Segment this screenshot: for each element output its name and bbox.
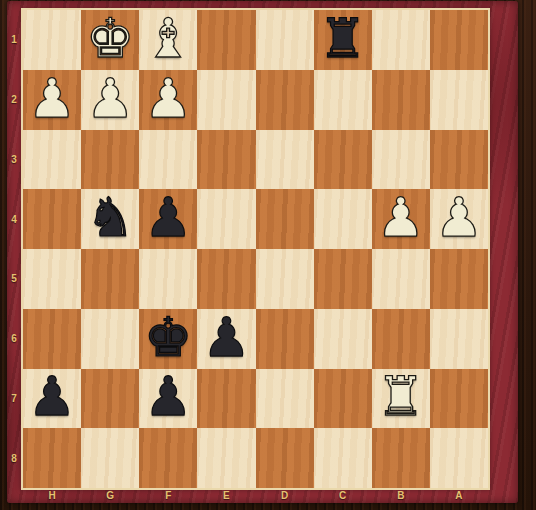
- square-c5[interactable]: [314, 249, 372, 309]
- square-d4[interactable]: [256, 189, 314, 249]
- square-f4[interactable]: ♟: [139, 189, 197, 249]
- square-b3[interactable]: [372, 130, 430, 190]
- square-c2[interactable]: [314, 70, 372, 130]
- rank-label-6: 6: [7, 309, 21, 369]
- white-pawn-f2[interactable]: ♟: [144, 72, 192, 126]
- black-pawn-f4[interactable]: ♟: [144, 191, 192, 245]
- file-label-C: C: [314, 488, 372, 503]
- rank-label-4: 4: [7, 189, 21, 249]
- file-label-B: B: [372, 488, 430, 503]
- square-d5[interactable]: [256, 249, 314, 309]
- black-pawn-f7[interactable]: ♟: [144, 370, 192, 424]
- square-d6[interactable]: [256, 309, 314, 369]
- white-pawn-h2[interactable]: ♟: [28, 72, 76, 126]
- square-h5[interactable]: [23, 249, 81, 309]
- chessboard-screenshot: { "game": "chess", "orientation": "black…: [0, 0, 536, 510]
- square-b5[interactable]: [372, 249, 430, 309]
- square-c8[interactable]: [314, 428, 372, 488]
- square-g7[interactable]: [81, 369, 139, 429]
- square-b2[interactable]: [372, 70, 430, 130]
- rank-label-7: 7: [7, 369, 21, 429]
- black-rook-c1[interactable]: ♜: [318, 12, 366, 66]
- square-e2[interactable]: [197, 70, 255, 130]
- white-bishop-f1[interactable]: ♝: [144, 12, 192, 66]
- square-f7[interactable]: ♟: [139, 369, 197, 429]
- square-d1[interactable]: [256, 10, 314, 70]
- square-a6[interactable]: [430, 309, 488, 369]
- square-e5[interactable]: [197, 249, 255, 309]
- file-label-D: D: [256, 488, 314, 503]
- white-pawn-b4[interactable]: ♟: [377, 191, 425, 245]
- square-f5[interactable]: [139, 249, 197, 309]
- file-label-F: F: [139, 488, 197, 503]
- square-c3[interactable]: [314, 130, 372, 190]
- black-knight-g4[interactable]: ♞: [86, 191, 134, 245]
- square-f2[interactable]: ♟: [139, 70, 197, 130]
- rank-label-3: 3: [7, 130, 21, 190]
- rank-label-2: 2: [7, 70, 21, 130]
- square-c7[interactable]: [314, 369, 372, 429]
- rank-label-8: 8: [7, 428, 21, 488]
- square-b4[interactable]: ♟: [372, 189, 430, 249]
- square-h4[interactable]: [23, 189, 81, 249]
- square-e4[interactable]: [197, 189, 255, 249]
- square-a5[interactable]: [430, 249, 488, 309]
- black-king-f6[interactable]: ♚: [144, 311, 192, 365]
- square-e3[interactable]: [197, 130, 255, 190]
- square-e1[interactable]: [197, 10, 255, 70]
- square-e7[interactable]: [197, 369, 255, 429]
- square-b7[interactable]: ♜: [372, 369, 430, 429]
- square-g3[interactable]: [81, 130, 139, 190]
- square-f3[interactable]: [139, 130, 197, 190]
- black-pawn-h7[interactable]: ♟: [28, 370, 76, 424]
- square-c4[interactable]: [314, 189, 372, 249]
- square-e6[interactable]: ♟: [197, 309, 255, 369]
- square-a8[interactable]: [430, 428, 488, 488]
- white-pawn-g2[interactable]: ♟: [86, 72, 134, 126]
- square-c1[interactable]: ♜: [314, 10, 372, 70]
- file-label-E: E: [197, 488, 255, 503]
- black-pawn-e6[interactable]: ♟: [202, 311, 250, 365]
- square-g8[interactable]: [81, 428, 139, 488]
- square-h7[interactable]: ♟: [23, 369, 81, 429]
- white-pawn-a4[interactable]: ♟: [435, 191, 483, 245]
- square-g1[interactable]: ♚: [81, 10, 139, 70]
- square-h6[interactable]: [23, 309, 81, 369]
- square-h1[interactable]: [23, 10, 81, 70]
- square-f6[interactable]: ♚: [139, 309, 197, 369]
- square-f8[interactable]: [139, 428, 197, 488]
- square-b8[interactable]: [372, 428, 430, 488]
- rank-label-5: 5: [7, 249, 21, 309]
- square-a4[interactable]: ♟: [430, 189, 488, 249]
- square-h3[interactable]: [23, 130, 81, 190]
- square-g4[interactable]: ♞: [81, 189, 139, 249]
- square-b1[interactable]: [372, 10, 430, 70]
- square-e8[interactable]: [197, 428, 255, 488]
- rank-label-1: 1: [7, 10, 21, 70]
- square-a7[interactable]: [430, 369, 488, 429]
- square-g5[interactable]: [81, 249, 139, 309]
- square-h8[interactable]: [23, 428, 81, 488]
- square-d8[interactable]: [256, 428, 314, 488]
- square-d7[interactable]: [256, 369, 314, 429]
- square-d2[interactable]: [256, 70, 314, 130]
- square-f1[interactable]: ♝: [139, 10, 197, 70]
- square-a1[interactable]: [430, 10, 488, 70]
- square-h2[interactable]: ♟: [23, 70, 81, 130]
- square-a3[interactable]: [430, 130, 488, 190]
- white-rook-b7[interactable]: ♜: [377, 370, 425, 424]
- file-label-A: A: [430, 488, 488, 503]
- square-c6[interactable]: [314, 309, 372, 369]
- square-g2[interactable]: ♟: [81, 70, 139, 130]
- square-g6[interactable]: [81, 309, 139, 369]
- square-d3[interactable]: [256, 130, 314, 190]
- board: ♚♝♜♟♟♟♞♟♟♟♚♟♟♟♜: [21, 8, 490, 490]
- square-b6[interactable]: [372, 309, 430, 369]
- white-king-g1[interactable]: ♚: [86, 12, 134, 66]
- square-a2[interactable]: [430, 70, 488, 130]
- file-label-H: H: [23, 488, 81, 503]
- file-label-G: G: [81, 488, 139, 503]
